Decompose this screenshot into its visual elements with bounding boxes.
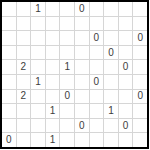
empty-cell-r9c4[interactable] [60, 133, 74, 147]
empty-cell-r9c8[interactable] [119, 133, 133, 147]
empty-cell-r5c3[interactable] [46, 75, 60, 89]
empty-cell-r7c5[interactable] [75, 104, 89, 118]
empty-cell-r8c3[interactable] [46, 119, 60, 133]
empty-cell-r2c3[interactable] [46, 31, 60, 45]
clue-cell-r4c1: 2 [17, 60, 31, 74]
empty-cell-r2c1[interactable] [17, 31, 31, 45]
clue-cell-r9c0: 0 [2, 133, 16, 147]
clue-cell-r5c6: 0 [90, 75, 104, 89]
empty-cell-r9c6[interactable] [90, 133, 104, 147]
empty-cell-r5c7[interactable] [104, 75, 118, 89]
empty-cell-r3c0[interactable] [2, 46, 16, 60]
empty-cell-r4c5[interactable] [75, 60, 89, 74]
empty-cell-r3c9[interactable] [133, 46, 147, 60]
empty-cell-r2c2[interactable] [31, 31, 45, 45]
empty-cell-r9c1[interactable] [17, 133, 31, 147]
empty-cell-r8c9[interactable] [133, 119, 147, 133]
empty-cell-r5c1[interactable] [17, 75, 31, 89]
empty-cell-r3c1[interactable] [17, 46, 31, 60]
clue-cell-r8c5: 0 [75, 119, 89, 133]
empty-cell-r8c4[interactable] [60, 119, 74, 133]
empty-cell-r3c5[interactable] [75, 46, 89, 60]
empty-cell-r8c7[interactable] [104, 119, 118, 133]
clue-cell-r5c2: 1 [31, 75, 45, 89]
empty-cell-r2c8[interactable] [119, 31, 133, 45]
empty-cell-r8c2[interactable] [31, 119, 45, 133]
empty-cell-r0c8[interactable] [119, 2, 133, 16]
empty-cell-r1c1[interactable] [17, 17, 31, 31]
empty-cell-r4c6[interactable] [90, 60, 104, 74]
clue-cell-r4c8: 0 [119, 60, 133, 74]
empty-cell-r0c1[interactable] [17, 2, 31, 16]
empty-cell-r0c4[interactable] [60, 2, 74, 16]
empty-cell-r1c3[interactable] [46, 17, 60, 31]
clue-cell-r4c4: 1 [60, 60, 74, 74]
clue-cell-r3c7: 0 [104, 46, 118, 60]
empty-cell-r4c2[interactable] [31, 60, 45, 74]
empty-cell-r9c5[interactable] [75, 133, 89, 147]
empty-cell-r7c8[interactable] [119, 104, 133, 118]
empty-cell-r5c8[interactable] [119, 75, 133, 89]
empty-cell-r1c2[interactable] [31, 17, 45, 31]
empty-cell-r7c1[interactable] [17, 104, 31, 118]
empty-cell-r6c3[interactable] [46, 90, 60, 104]
empty-cell-r9c7[interactable] [104, 133, 118, 147]
empty-cell-r9c9[interactable] [133, 133, 147, 147]
clue-cell-r9c3: 1 [46, 133, 60, 147]
empty-cell-r0c9[interactable] [133, 2, 147, 16]
empty-cell-r8c6[interactable] [90, 119, 104, 133]
clue-cell-r6c9: 0 [133, 90, 147, 104]
clue-cell-r8c8: 0 [119, 119, 133, 133]
empty-cell-r3c2[interactable] [31, 46, 45, 60]
empty-cell-r3c4[interactable] [60, 46, 74, 60]
empty-cell-r4c0[interactable] [2, 60, 16, 74]
clue-cell-r2c6: 0 [90, 31, 104, 45]
empty-cell-r1c0[interactable] [2, 17, 16, 31]
empty-cell-r3c8[interactable] [119, 46, 133, 60]
empty-cell-r0c7[interactable] [104, 2, 118, 16]
empty-cell-r2c5[interactable] [75, 31, 89, 45]
empty-cell-r1c5[interactable] [75, 17, 89, 31]
empty-cell-r6c2[interactable] [31, 90, 45, 104]
empty-cell-r0c3[interactable] [46, 2, 60, 16]
empty-cell-r7c0[interactable] [2, 104, 16, 118]
empty-cell-r6c8[interactable] [119, 90, 133, 104]
empty-cell-r7c4[interactable] [60, 104, 74, 118]
empty-cell-r0c6[interactable] [90, 2, 104, 16]
empty-cell-r7c2[interactable] [31, 104, 45, 118]
empty-cell-r8c1[interactable] [17, 119, 31, 133]
empty-cell-r6c6[interactable] [90, 90, 104, 104]
clue-cell-r7c7: 1 [104, 104, 118, 118]
puzzle-board: 1000021010200110001 [0, 0, 149, 149]
empty-cell-r1c7[interactable] [104, 17, 118, 31]
empty-cell-r6c7[interactable] [104, 90, 118, 104]
empty-cell-r6c0[interactable] [2, 90, 16, 104]
empty-cell-r3c3[interactable] [46, 46, 60, 60]
empty-cell-r5c9[interactable] [133, 75, 147, 89]
empty-cell-r4c7[interactable] [104, 60, 118, 74]
empty-cell-r9c2[interactable] [31, 133, 45, 147]
clue-cell-r7c3: 1 [46, 104, 60, 118]
empty-cell-r3c6[interactable] [90, 46, 104, 60]
empty-cell-r8c0[interactable] [2, 119, 16, 133]
empty-cell-r0c0[interactable] [2, 2, 16, 16]
empty-cell-r1c9[interactable] [133, 17, 147, 31]
empty-cell-r2c0[interactable] [2, 31, 16, 45]
empty-cell-r5c0[interactable] [2, 75, 16, 89]
empty-cell-r4c3[interactable] [46, 60, 60, 74]
empty-cell-r1c8[interactable] [119, 17, 133, 31]
empty-cell-r5c5[interactable] [75, 75, 89, 89]
empty-cell-r6c5[interactable] [75, 90, 89, 104]
empty-cell-r7c9[interactable] [133, 104, 147, 118]
empty-cell-r1c4[interactable] [60, 17, 74, 31]
empty-cell-r7c6[interactable] [90, 104, 104, 118]
clue-cell-r6c4: 0 [60, 90, 74, 104]
empty-cell-r2c7[interactable] [104, 31, 118, 45]
clue-cell-r2c9: 0 [133, 31, 147, 45]
empty-cell-r2c4[interactable] [60, 31, 74, 45]
clue-cell-r6c1: 2 [17, 90, 31, 104]
empty-cell-r4c9[interactable] [133, 60, 147, 74]
clue-cell-r0c5: 0 [75, 2, 89, 16]
empty-cell-r1c6[interactable] [90, 17, 104, 31]
clue-cell-r0c2: 1 [31, 2, 45, 16]
empty-cell-r5c4[interactable] [60, 75, 74, 89]
